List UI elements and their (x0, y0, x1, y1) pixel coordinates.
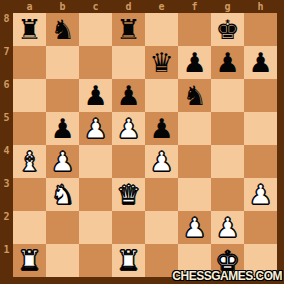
square-c7[interactable] (79, 46, 112, 79)
piece-black-pawn: ♟ (215, 49, 239, 76)
piece-white-pawn: ♟ (182, 214, 206, 241)
rank-label-6: 6 (0, 79, 13, 112)
square-e6[interactable] (145, 79, 178, 112)
square-a3[interactable] (13, 178, 46, 211)
piece-white-bishop: ♝ (17, 148, 41, 175)
square-d7[interactable] (112, 46, 145, 79)
file-label-h: h (244, 1, 277, 12)
square-d2[interactable] (112, 211, 145, 244)
square-g8[interactable]: ♚ (211, 13, 244, 46)
square-c3[interactable] (79, 178, 112, 211)
piece-white-knight: ♞ (50, 181, 74, 208)
chess-diagram: { "game": "chess", "position": { "fen": … (0, 0, 284, 284)
square-g3[interactable] (211, 178, 244, 211)
square-e4[interactable]: ♟ (145, 145, 178, 178)
piece-black-queen: ♛ (149, 49, 173, 76)
piece-black-pawn: ♟ (248, 49, 272, 76)
square-h3[interactable]: ♟ (244, 178, 277, 211)
square-a5[interactable] (13, 112, 46, 145)
file-label-f: f (178, 1, 211, 12)
square-g6[interactable] (211, 79, 244, 112)
file-label-a: a (13, 1, 46, 12)
square-d4[interactable] (112, 145, 145, 178)
piece-black-knight: ♞ (182, 82, 206, 109)
square-g7[interactable]: ♟ (211, 46, 244, 79)
file-label-e: e (145, 1, 178, 12)
square-a6[interactable] (13, 79, 46, 112)
piece-white-pawn: ♟ (248, 181, 272, 208)
file-label-c: c (79, 1, 112, 12)
square-d5[interactable]: ♟ (112, 112, 145, 145)
square-c4[interactable] (79, 145, 112, 178)
square-b2[interactable] (46, 211, 79, 244)
chess-board-frame: abcdefgh 87654321 ♜♞♜♚♛♟♟♟♟♟♞♟♟♟♟♝♟♟♞♛♟♟… (0, 0, 284, 284)
rank-label-8: 8 (0, 13, 13, 46)
square-c8[interactable] (79, 13, 112, 46)
file-label-g: g (211, 1, 244, 12)
square-f8[interactable] (178, 13, 211, 46)
square-b4[interactable]: ♟ (46, 145, 79, 178)
chess-board: ♜♞♜♚♛♟♟♟♟♟♞♟♟♟♟♝♟♟♞♛♟♟♟♜♜♚ (13, 13, 277, 277)
rank-label-1: 1 (0, 244, 13, 277)
rank-label-5: 5 (0, 112, 13, 145)
piece-black-rook: ♜ (116, 16, 140, 43)
square-c6[interactable]: ♟ (79, 79, 112, 112)
square-h8[interactable] (244, 13, 277, 46)
square-h6[interactable] (244, 79, 277, 112)
piece-white-rook: ♜ (17, 247, 41, 274)
square-b3[interactable]: ♞ (46, 178, 79, 211)
square-e2[interactable] (145, 211, 178, 244)
square-d3[interactable]: ♛ (112, 178, 145, 211)
square-f6[interactable]: ♞ (178, 79, 211, 112)
piece-white-rook: ♜ (116, 247, 140, 274)
square-b1[interactable] (46, 244, 79, 277)
rank-label-3: 3 (0, 178, 13, 211)
square-b8[interactable]: ♞ (46, 13, 79, 46)
piece-black-pawn: ♟ (83, 82, 107, 109)
piece-white-queen: ♛ (116, 181, 140, 208)
square-e8[interactable] (145, 13, 178, 46)
square-f7[interactable]: ♟ (178, 46, 211, 79)
square-b6[interactable] (46, 79, 79, 112)
piece-white-pawn: ♟ (116, 115, 140, 142)
square-g5[interactable] (211, 112, 244, 145)
square-a1[interactable]: ♜ (13, 244, 46, 277)
square-b7[interactable] (46, 46, 79, 79)
square-d1[interactable]: ♜ (112, 244, 145, 277)
square-a8[interactable]: ♜ (13, 13, 46, 46)
square-g2[interactable]: ♟ (211, 211, 244, 244)
square-c5[interactable]: ♟ (79, 112, 112, 145)
piece-black-pawn: ♟ (149, 115, 173, 142)
square-e3[interactable] (145, 178, 178, 211)
chessgames-watermark: CHESSGAMES.COM (172, 269, 282, 283)
piece-white-pawn: ♟ (149, 148, 173, 175)
square-g4[interactable] (211, 145, 244, 178)
square-a4[interactable]: ♝ (13, 145, 46, 178)
rank-label-4: 4 (0, 145, 13, 178)
rank-label-2: 2 (0, 211, 13, 244)
square-h7[interactable]: ♟ (244, 46, 277, 79)
square-d8[interactable]: ♜ (112, 13, 145, 46)
piece-black-pawn: ♟ (182, 49, 206, 76)
square-b5[interactable]: ♟ (46, 112, 79, 145)
square-h4[interactable] (244, 145, 277, 178)
square-c1[interactable] (79, 244, 112, 277)
square-h2[interactable] (244, 211, 277, 244)
file-label-d: d (112, 1, 145, 12)
square-e7[interactable]: ♛ (145, 46, 178, 79)
square-a7[interactable] (13, 46, 46, 79)
square-f5[interactable] (178, 112, 211, 145)
square-f2[interactable]: ♟ (178, 211, 211, 244)
square-f3[interactable] (178, 178, 211, 211)
piece-white-pawn: ♟ (215, 214, 239, 241)
piece-black-knight: ♞ (50, 16, 74, 43)
square-a2[interactable] (13, 211, 46, 244)
square-d6[interactable]: ♟ (112, 79, 145, 112)
file-label-b: b (46, 1, 79, 12)
piece-white-pawn: ♟ (50, 148, 74, 175)
square-e5[interactable]: ♟ (145, 112, 178, 145)
piece-black-pawn: ♟ (116, 82, 140, 109)
square-c2[interactable] (79, 211, 112, 244)
piece-black-king: ♚ (215, 16, 239, 43)
piece-black-pawn: ♟ (50, 115, 74, 142)
piece-white-pawn: ♟ (83, 115, 107, 142)
rank-label-7: 7 (0, 46, 13, 79)
piece-black-rook: ♜ (17, 16, 41, 43)
square-f4[interactable] (178, 145, 211, 178)
square-h5[interactable] (244, 112, 277, 145)
